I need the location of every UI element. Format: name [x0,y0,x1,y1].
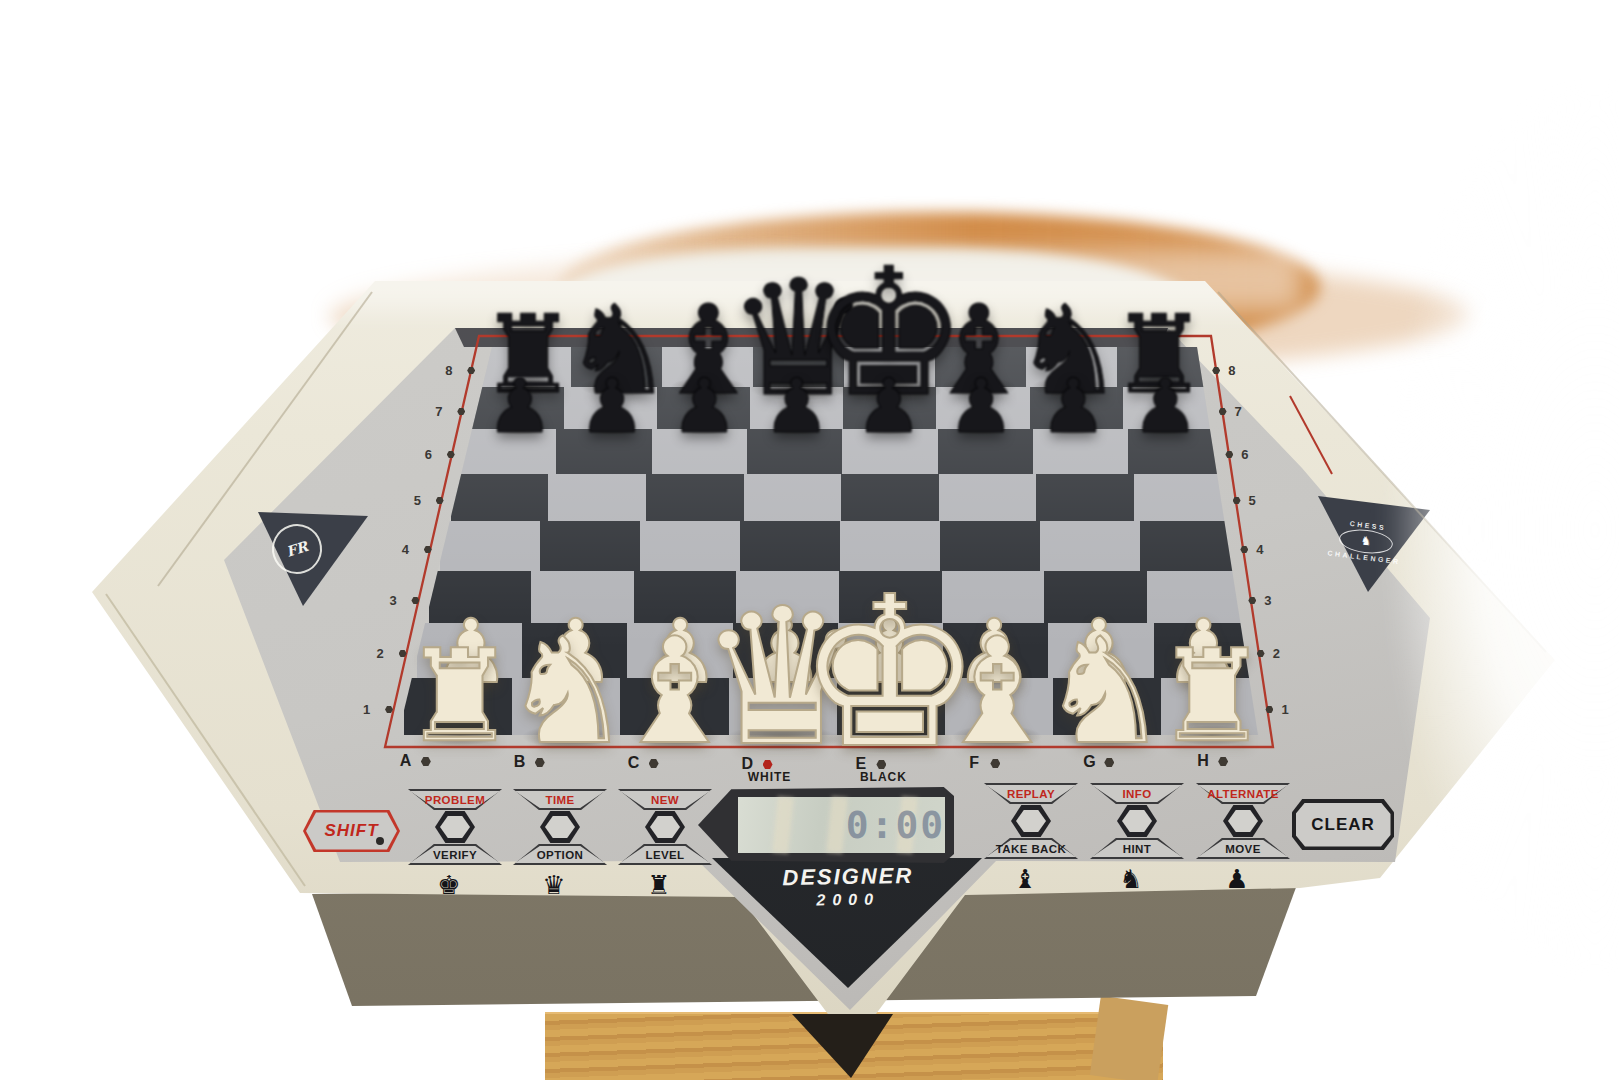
rank-label-left-3: 3 [389,593,396,608]
button-group-replay: REPLAY TAKE BACK [983,783,1079,859]
rank-label-left-4: 4 [402,542,409,557]
shift-label: SHIFT [303,806,400,856]
piece-black-pawn-e7[interactable]: ♟ [855,369,922,444]
group-top-shape: ALTERNATE [1195,783,1291,804]
square-d5[interactable] [744,474,842,521]
alternate-key[interactable] [1223,805,1263,837]
new-key[interactable] [645,811,685,843]
chess-computer-photo: FR CHESS ♞ CHALLENGER DESIGNER 2000 1122… [0,0,1619,1080]
group-bottom-shape: MOVE [1195,838,1291,859]
square-g5[interactable] [1036,474,1134,521]
clear-button[interactable]: CLEAR [1292,799,1394,850]
group-bottom-shape: OPTION [512,844,608,865]
button-group-info: INFO HINT [1089,783,1185,859]
lcd-screen: 0:00 [738,797,945,853]
piece-black-pawn-g7[interactable]: ♟ [1040,369,1107,444]
rank-label-right-1: 1 [1281,702,1288,717]
square-f5[interactable] [939,474,1037,521]
square-h4[interactable] [1140,521,1240,571]
rank-label-right-2: 2 [1273,646,1280,661]
time-key[interactable] [540,811,580,843]
group-bottom-label: MOVE [1195,838,1291,859]
rank-label-right-3: 3 [1264,593,1271,608]
group-top-shape: PROBLEM [407,789,503,810]
rank-label-left-8: 8 [445,363,452,378]
group-top-shape: REPLAY [983,783,1079,804]
piece-black-pawn-d7[interactable]: ♟ [763,369,830,444]
rank-label-right-5: 5 [1249,493,1256,508]
queen-icon: ♛ [542,870,565,900]
bishop-icon: ♝ [1013,864,1036,894]
wooden-stand-side [1090,996,1168,1080]
group-bottom-shape: HINT [1089,838,1185,859]
studio-monogram: FR [284,538,309,560]
group-top-label: INFO [1089,783,1185,804]
rook-icon: ♜ [647,870,670,900]
rank-label-right-4: 4 [1256,542,1263,557]
lcd-reflection [772,796,794,853]
lcd-display: 0:00 [698,787,954,863]
square-c5[interactable] [646,474,744,521]
rank-label-left-2: 2 [377,646,384,661]
model-name: DESIGNER 2000 [742,862,955,911]
group-top-label: ALTERNATE [1195,783,1291,804]
piece-black-pawn-a7[interactable]: ♟ [486,369,553,444]
model-name-line2: 2000 [742,889,954,911]
problem-key[interactable] [435,811,475,843]
piece-black-pawn-f7[interactable]: ♟ [947,369,1014,444]
group-bottom-shape: VERIFY [407,844,503,865]
king-icon: ♚ [437,870,460,900]
lcd-digits: 0:00 [846,803,946,847]
replay-key[interactable] [1011,805,1051,837]
square-b4[interactable] [540,521,640,571]
group-top-shape: INFO [1089,783,1185,804]
piece-black-pawn-h7[interactable]: ♟ [1132,369,1199,444]
piece-black-pawn-c7[interactable]: ♟ [671,369,738,444]
rank-label-right-8: 8 [1228,363,1235,378]
square-e5[interactable] [841,474,939,521]
square-b5[interactable] [548,474,646,521]
group-bottom-shape: TAKE BACK [983,838,1079,859]
rank-label-left-5: 5 [414,493,421,508]
rank-label-left-7: 7 [435,404,442,419]
piece-white-rook-a1[interactable]: ♜ [403,633,517,760]
button-group-problem: PROBLEM VERIFY [407,789,503,865]
shift-indicator-dot [376,837,384,845]
model-name-line1: DESIGNER [742,862,954,892]
square-c4[interactable] [640,521,740,571]
group-bottom-label: VERIFY [407,844,503,865]
square-a4[interactable] [440,521,540,571]
button-group-time: TIME OPTION [512,789,608,865]
pawn-icon: ♟ [1225,864,1248,894]
piece-white-knight-g1[interactable]: ♞ [1039,618,1170,764]
square-a5[interactable] [451,474,549,521]
rank-label-left-6: 6 [425,447,432,462]
overexposure-right [1385,90,1619,970]
clear-label: CLEAR [1292,799,1394,850]
square-g4[interactable] [1040,521,1140,571]
rank-label-right-7: 7 [1235,404,1242,419]
button-group-alternate: ALTERNATE MOVE [1195,783,1291,859]
group-bottom-label: TAKE BACK [983,838,1079,859]
group-bottom-label: OPTION [512,844,608,865]
group-top-label: TIME [512,789,608,810]
board-rank-5 [451,474,1232,521]
info-key[interactable] [1117,805,1157,837]
shift-button[interactable]: SHIFT [303,806,400,856]
square-h5[interactable] [1134,474,1232,521]
piece-black-pawn-b7[interactable]: ♟ [579,369,646,444]
group-bottom-label: HINT [1089,838,1185,859]
piece-white-rook-h1[interactable]: ♜ [1155,633,1269,760]
knight-icon: ♞ [1119,864,1142,894]
rank-label-left-1: 1 [363,702,370,717]
group-top-shape: TIME [512,789,608,810]
group-top-label: REPLAY [983,783,1079,804]
group-top-label: PROBLEM [407,789,503,810]
rank-label-right-6: 6 [1241,447,1248,462]
